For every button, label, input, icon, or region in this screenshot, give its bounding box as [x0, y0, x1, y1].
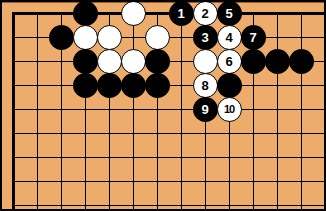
- black-stone-move-7: 7: [241, 25, 266, 50]
- white-stone: [73, 25, 98, 50]
- white-stone: [121, 49, 146, 74]
- white-stone: [121, 1, 146, 26]
- black-stone-move-9: 9: [193, 97, 218, 122]
- black-stone: [265, 49, 290, 74]
- black-stone: [145, 49, 170, 74]
- white-stone: [97, 49, 122, 74]
- black-stone: [73, 1, 98, 26]
- black-stone: [241, 49, 266, 74]
- white-stone-move-2: 2: [193, 1, 218, 26]
- black-stone-move-3: 3: [193, 25, 218, 50]
- move-number: 4: [225, 31, 232, 44]
- move-number: 3: [201, 31, 208, 44]
- black-stone: [49, 25, 74, 50]
- stones-layer: 12534768910: [1, 1, 326, 211]
- white-stone: [97, 25, 122, 50]
- go-board: 12534768910: [0, 0, 326, 211]
- grid-vline: [325, 12, 326, 210]
- white-stone-move-10: 10: [217, 97, 242, 122]
- move-number: 9: [201, 103, 208, 116]
- black-stone: [121, 73, 146, 98]
- black-stone: [289, 49, 314, 74]
- white-stone: [193, 49, 218, 74]
- black-stone: [217, 73, 242, 98]
- white-stone-move-4: 4: [217, 25, 242, 50]
- white-stone-move-8: 8: [193, 73, 218, 98]
- black-stone: [145, 73, 170, 98]
- move-number: 2: [201, 7, 208, 20]
- black-stone: [73, 49, 98, 74]
- move-number: 5: [225, 7, 232, 20]
- black-stone-move-5: 5: [217, 1, 242, 26]
- move-number: 7: [249, 31, 256, 44]
- move-number: 8: [201, 79, 208, 92]
- white-stone: [145, 25, 170, 50]
- black-stone: [73, 73, 98, 98]
- move-number: 6: [225, 55, 232, 68]
- move-number: 10: [224, 104, 234, 115]
- black-stone-move-1: 1: [169, 1, 194, 26]
- move-number: 1: [177, 7, 184, 20]
- white-stone-move-6: 6: [217, 49, 242, 74]
- black-stone: [97, 73, 122, 98]
